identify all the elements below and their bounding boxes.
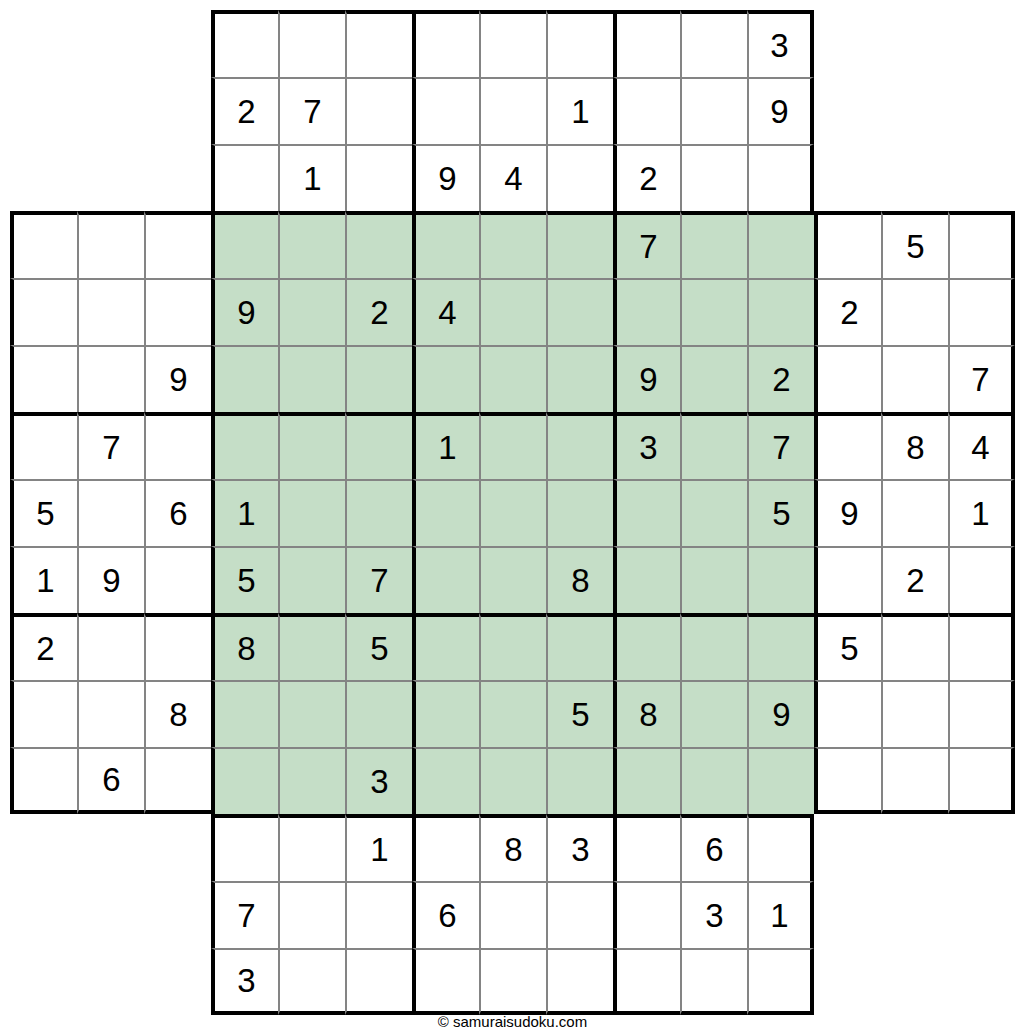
- cell-r6c4[interactable]: [211, 345, 278, 412]
- void-cell: [948, 814, 1015, 881]
- cell-r13c10[interactable]: [613, 814, 680, 881]
- puzzle-page: 3271919427592429927713784561591195782285…: [0, 0, 1025, 1035]
- cell-r14c12[interactable]: 1: [747, 881, 814, 948]
- cell-r2c6[interactable]: [345, 77, 412, 144]
- cell-r12c6[interactable]: 3: [345, 747, 412, 814]
- void-cell: [77, 10, 144, 77]
- cell-r7c3[interactable]: [144, 412, 211, 479]
- cell-r12c7[interactable]: [412, 747, 479, 814]
- cell-r5c7[interactable]: 4: [412, 278, 479, 345]
- void-cell: [144, 144, 211, 211]
- cell-r4c12[interactable]: [747, 211, 814, 278]
- cell-r10c13[interactable]: 5: [814, 613, 881, 680]
- cell-r1c12[interactable]: 3: [747, 10, 814, 77]
- cell-r14c8[interactable]: [479, 881, 546, 948]
- cell-r5c11[interactable]: [680, 278, 747, 345]
- cell-r15c7[interactable]: [412, 948, 479, 1015]
- cell-r9c6[interactable]: 7: [345, 546, 412, 613]
- void-cell: [144, 948, 211, 1015]
- cell-r7c9[interactable]: [546, 412, 613, 479]
- cell-r13c11[interactable]: 6: [680, 814, 747, 881]
- cell-r5c5[interactable]: [278, 278, 345, 345]
- cell-r4c3[interactable]: [144, 211, 211, 278]
- cell-r10c6[interactable]: 5: [345, 613, 412, 680]
- void-cell: [948, 77, 1015, 144]
- cell-r15c10[interactable]: [613, 948, 680, 1015]
- cell-r6c7[interactable]: [412, 345, 479, 412]
- cell-r1c10[interactable]: [613, 10, 680, 77]
- cell-r5c8[interactable]: [479, 278, 546, 345]
- cell-r3c12[interactable]: [747, 144, 814, 211]
- cell-r6c12[interactable]: 2: [747, 345, 814, 412]
- cell-r9c11[interactable]: [680, 546, 747, 613]
- void-cell: [814, 77, 881, 144]
- cell-r2c8[interactable]: [479, 77, 546, 144]
- cell-r5c10[interactable]: [613, 278, 680, 345]
- cell-r6c6[interactable]: [345, 345, 412, 412]
- void-cell: [77, 881, 144, 948]
- cell-r10c2[interactable]: [77, 613, 144, 680]
- cell-r11c3[interactable]: 8: [144, 680, 211, 747]
- cell-r2c4[interactable]: 2: [211, 77, 278, 144]
- cell-r7c1[interactable]: [10, 412, 77, 479]
- cell-r4c11[interactable]: [680, 211, 747, 278]
- cell-r4c8[interactable]: [479, 211, 546, 278]
- cell-r13c7[interactable]: [412, 814, 479, 881]
- cell-r9c15[interactable]: [948, 546, 1015, 613]
- cell-r7c4[interactable]: [211, 412, 278, 479]
- cell-r2c7[interactable]: [412, 77, 479, 144]
- cell-r13c12[interactable]: [747, 814, 814, 881]
- cell-r12c9[interactable]: [546, 747, 613, 814]
- void-cell: [144, 10, 211, 77]
- cell-r9c1[interactable]: 1: [10, 546, 77, 613]
- cell-r7c8[interactable]: [479, 412, 546, 479]
- cell-r7c11[interactable]: [680, 412, 747, 479]
- cell-r1c9[interactable]: [546, 10, 613, 77]
- cell-r5c4[interactable]: 9: [211, 278, 278, 345]
- cell-r8c7[interactable]: [412, 479, 479, 546]
- cell-r3c7[interactable]: 9: [412, 144, 479, 211]
- cell-r6c9[interactable]: [546, 345, 613, 412]
- cell-r7c7[interactable]: 1: [412, 412, 479, 479]
- void-cell: [77, 948, 144, 1015]
- cell-r11c7[interactable]: [412, 680, 479, 747]
- cell-r4c15[interactable]: [948, 211, 1015, 278]
- cell-r6c14[interactable]: [881, 345, 948, 412]
- cell-r4c5[interactable]: [278, 211, 345, 278]
- void-cell: [10, 881, 77, 948]
- cell-r5c12[interactable]: [747, 278, 814, 345]
- cell-r10c12[interactable]: [747, 613, 814, 680]
- cell-r10c1[interactable]: 2: [10, 613, 77, 680]
- cell-r10c14[interactable]: [881, 613, 948, 680]
- cell-r10c11[interactable]: [680, 613, 747, 680]
- copyright-caption: © samuraisudoku.com: [0, 1013, 1025, 1030]
- cell-r10c8[interactable]: [479, 613, 546, 680]
- cell-r11c5[interactable]: [278, 680, 345, 747]
- cell-r11c2[interactable]: [77, 680, 144, 747]
- cell-r12c10[interactable]: [613, 747, 680, 814]
- cell-r8c4[interactable]: 1: [211, 479, 278, 546]
- cell-r7c10[interactable]: 3: [613, 412, 680, 479]
- void-cell: [948, 144, 1015, 211]
- cell-r10c7[interactable]: [412, 613, 479, 680]
- cell-r3c5[interactable]: 1: [278, 144, 345, 211]
- cell-r11c15[interactable]: [948, 680, 1015, 747]
- void-cell: [10, 144, 77, 211]
- void-cell: [881, 814, 948, 881]
- cell-r1c6[interactable]: [345, 10, 412, 77]
- cell-r12c5[interactable]: [278, 747, 345, 814]
- cell-r1c4[interactable]: [211, 10, 278, 77]
- cell-r4c13[interactable]: [814, 211, 881, 278]
- void-cell: [881, 144, 948, 211]
- cell-r14c9[interactable]: [546, 881, 613, 948]
- void-cell: [814, 144, 881, 211]
- void-cell: [881, 948, 948, 1015]
- cell-r4c1[interactable]: [10, 211, 77, 278]
- cell-r4c14[interactable]: 5: [881, 211, 948, 278]
- void-cell: [881, 77, 948, 144]
- cell-r5c15[interactable]: [948, 278, 1015, 345]
- cell-r12c8[interactable]: [479, 747, 546, 814]
- cell-r15c12[interactable]: [747, 948, 814, 1015]
- cell-r11c8[interactable]: [479, 680, 546, 747]
- cell-r3c11[interactable]: [680, 144, 747, 211]
- cell-r12c14[interactable]: [881, 747, 948, 814]
- cell-r12c2[interactable]: 6: [77, 747, 144, 814]
- cell-r11c6[interactable]: [345, 680, 412, 747]
- cell-r14c4[interactable]: 7: [211, 881, 278, 948]
- cell-r6c5[interactable]: [278, 345, 345, 412]
- cell-r8c14[interactable]: [881, 479, 948, 546]
- cell-r7c2[interactable]: 7: [77, 412, 144, 479]
- cell-r4c10[interactable]: 7: [613, 211, 680, 278]
- cell-r3c9[interactable]: [546, 144, 613, 211]
- cell-r14c10[interactable]: [613, 881, 680, 948]
- cell-r2c5[interactable]: 7: [278, 77, 345, 144]
- void-cell: [814, 948, 881, 1015]
- cell-r15c8[interactable]: [479, 948, 546, 1015]
- cell-r7c12[interactable]: 7: [747, 412, 814, 479]
- cell-r6c11[interactable]: [680, 345, 747, 412]
- cell-r9c10[interactable]: [613, 546, 680, 613]
- cell-r12c3[interactable]: [144, 747, 211, 814]
- cell-r1c7[interactable]: [412, 10, 479, 77]
- cell-r9c8[interactable]: [479, 546, 546, 613]
- cell-r9c2[interactable]: 9: [77, 546, 144, 613]
- cell-r8c3[interactable]: 6: [144, 479, 211, 546]
- cell-r9c12[interactable]: [747, 546, 814, 613]
- cell-r6c3[interactable]: 9: [144, 345, 211, 412]
- cell-r13c4[interactable]: [211, 814, 278, 881]
- void-cell: [144, 77, 211, 144]
- cell-r13c6[interactable]: 1: [345, 814, 412, 881]
- cell-r8c9[interactable]: [546, 479, 613, 546]
- cell-r11c4[interactable]: [211, 680, 278, 747]
- void-cell: [814, 10, 881, 77]
- cell-r13c9[interactable]: 3: [546, 814, 613, 881]
- cell-r5c2[interactable]: [77, 278, 144, 345]
- cell-r9c13[interactable]: [814, 546, 881, 613]
- void-cell: [948, 881, 1015, 948]
- void-cell: [10, 814, 77, 881]
- flower-sudoku-board: 3271919427592429927713784561591195782285…: [10, 10, 1015, 1015]
- cell-r3c6[interactable]: [345, 144, 412, 211]
- void-cell: [814, 881, 881, 948]
- cell-r12c13[interactable]: [814, 747, 881, 814]
- cell-r8c15[interactable]: 1: [948, 479, 1015, 546]
- cell-r6c1[interactable]: [10, 345, 77, 412]
- cell-r2c10[interactable]: [613, 77, 680, 144]
- cell-r11c12[interactable]: 9: [747, 680, 814, 747]
- cell-r5c6[interactable]: 2: [345, 278, 412, 345]
- cell-r12c12[interactable]: [747, 747, 814, 814]
- void-cell: [77, 77, 144, 144]
- cell-r4c4[interactable]: [211, 211, 278, 278]
- cell-r7c13[interactable]: [814, 412, 881, 479]
- cell-r1c5[interactable]: [278, 10, 345, 77]
- cell-r2c9[interactable]: 1: [546, 77, 613, 144]
- cell-r11c1[interactable]: [10, 680, 77, 747]
- cell-r10c9[interactable]: [546, 613, 613, 680]
- cell-r15c5[interactable]: [278, 948, 345, 1015]
- cell-r8c2[interactable]: [77, 479, 144, 546]
- cell-r10c3[interactable]: [144, 613, 211, 680]
- cell-r12c11[interactable]: [680, 747, 747, 814]
- cell-r10c5[interactable]: [278, 613, 345, 680]
- cell-r8c1[interactable]: 5: [10, 479, 77, 546]
- cell-r6c2[interactable]: [77, 345, 144, 412]
- void-cell: [10, 77, 77, 144]
- cell-r3c10[interactable]: 2: [613, 144, 680, 211]
- cell-r14c5[interactable]: [278, 881, 345, 948]
- cell-r11c11[interactable]: [680, 680, 747, 747]
- cell-r2c12[interactable]: 9: [747, 77, 814, 144]
- cell-r11c9[interactable]: 5: [546, 680, 613, 747]
- cell-r7c6[interactable]: [345, 412, 412, 479]
- cell-r5c13[interactable]: 2: [814, 278, 881, 345]
- cell-r6c10[interactable]: 9: [613, 345, 680, 412]
- cell-r1c11[interactable]: [680, 10, 747, 77]
- cell-r14c11[interactable]: 3: [680, 881, 747, 948]
- void-cell: [10, 948, 77, 1015]
- cell-r8c6[interactable]: [345, 479, 412, 546]
- cell-r5c14[interactable]: [881, 278, 948, 345]
- cell-r12c4[interactable]: [211, 747, 278, 814]
- cell-r8c8[interactable]: [479, 479, 546, 546]
- void-cell: [948, 10, 1015, 77]
- cell-r8c12[interactable]: 5: [747, 479, 814, 546]
- cell-r15c9[interactable]: [546, 948, 613, 1015]
- cell-r4c2[interactable]: [77, 211, 144, 278]
- cell-r5c3[interactable]: [144, 278, 211, 345]
- cell-r3c8[interactable]: 4: [479, 144, 546, 211]
- cell-r14c6[interactable]: [345, 881, 412, 948]
- cell-r8c11[interactable]: [680, 479, 747, 546]
- cell-r11c10[interactable]: 8: [613, 680, 680, 747]
- cell-r7c5[interactable]: [278, 412, 345, 479]
- void-cell: [77, 814, 144, 881]
- cell-r13c5[interactable]: [278, 814, 345, 881]
- void-cell: [10, 10, 77, 77]
- cell-r9c5[interactable]: [278, 546, 345, 613]
- cell-r8c13[interactable]: 9: [814, 479, 881, 546]
- cell-r5c1[interactable]: [10, 278, 77, 345]
- cell-r6c13[interactable]: [814, 345, 881, 412]
- void-cell: [144, 881, 211, 948]
- cell-r8c5[interactable]: [278, 479, 345, 546]
- cell-r9c4[interactable]: 5: [211, 546, 278, 613]
- cell-r9c9[interactable]: 8: [546, 546, 613, 613]
- cell-r10c4[interactable]: 8: [211, 613, 278, 680]
- void-cell: [948, 948, 1015, 1015]
- cell-r15c6[interactable]: [345, 948, 412, 1015]
- cell-r9c7[interactable]: [412, 546, 479, 613]
- cell-r1c8[interactable]: [479, 10, 546, 77]
- void-cell: [814, 814, 881, 881]
- cell-r12c1[interactable]: [10, 747, 77, 814]
- void-cell: [881, 881, 948, 948]
- void-cell: [881, 10, 948, 77]
- cell-r3c4[interactable]: [211, 144, 278, 211]
- cell-r13c8[interactable]: 8: [479, 814, 546, 881]
- cell-r4c6[interactable]: [345, 211, 412, 278]
- cell-r9c3[interactable]: [144, 546, 211, 613]
- cell-r6c8[interactable]: [479, 345, 546, 412]
- cell-r2c11[interactable]: [680, 77, 747, 144]
- cell-r12c15[interactable]: [948, 747, 1015, 814]
- cell-r4c9[interactable]: [546, 211, 613, 278]
- cell-r10c15[interactable]: [948, 613, 1015, 680]
- void-cell: [144, 814, 211, 881]
- cell-r9c14[interactable]: 2: [881, 546, 948, 613]
- cell-r11c13[interactable]: [814, 680, 881, 747]
- cell-r14c7[interactable]: 6: [412, 881, 479, 948]
- cell-r15c4[interactable]: 3: [211, 948, 278, 1015]
- cell-r7c15[interactable]: 4: [948, 412, 1015, 479]
- cell-r11c14[interactable]: [881, 680, 948, 747]
- cell-r4c7[interactable]: [412, 211, 479, 278]
- cell-r10c10[interactable]: [613, 613, 680, 680]
- void-cell: [77, 144, 144, 211]
- cell-r6c15[interactable]: 7: [948, 345, 1015, 412]
- cell-r8c10[interactable]: [613, 479, 680, 546]
- cell-r7c14[interactable]: 8: [881, 412, 948, 479]
- cell-r15c11[interactable]: [680, 948, 747, 1015]
- cell-r5c9[interactable]: [546, 278, 613, 345]
